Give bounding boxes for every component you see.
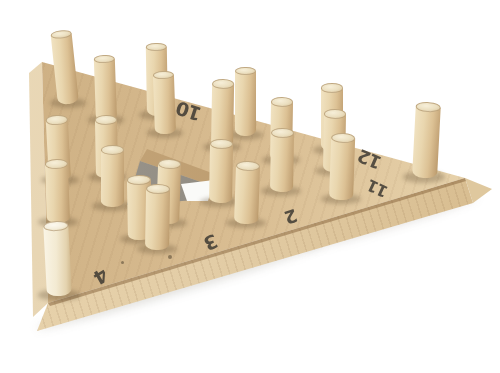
wood-speckle [121, 261, 124, 264]
peg-body [412, 106, 441, 178]
peg-top-cap [101, 145, 124, 155]
peg[interactable] [44, 164, 69, 224]
peg[interactable] [412, 106, 441, 178]
peg-top-cap [95, 115, 117, 125]
peg-body [101, 150, 124, 207]
peg-body [270, 133, 294, 192]
peg[interactable] [235, 71, 256, 136]
peg-body [235, 71, 256, 136]
peg[interactable] [101, 150, 124, 207]
peg-body [93, 59, 116, 122]
peg-body [329, 138, 355, 201]
peg-top-cap [270, 128, 293, 138]
peg-body [145, 189, 170, 250]
peg[interactable] [234, 166, 260, 225]
peg-top-cap [209, 139, 232, 149]
peg-body [44, 164, 69, 224]
peg[interactable] [152, 75, 175, 135]
peg[interactable] [329, 138, 355, 201]
peg-top-cap [324, 109, 346, 119]
peg-top-cap [212, 79, 234, 89]
peg-body [152, 75, 175, 135]
peg-body [234, 166, 260, 225]
wood-speckle [168, 255, 172, 259]
peg[interactable] [43, 225, 72, 296]
peg-top-cap [321, 83, 343, 92]
peg[interactable] [270, 133, 294, 192]
peg-body [209, 144, 233, 203]
pegboard-photo: 101211234 [0, 0, 500, 373]
peg[interactable] [93, 59, 116, 122]
peg-top-cap [146, 184, 170, 194]
peg[interactable] [209, 144, 233, 203]
peg[interactable] [145, 189, 170, 250]
peg-top-cap [271, 97, 293, 107]
peg-body [43, 225, 72, 296]
